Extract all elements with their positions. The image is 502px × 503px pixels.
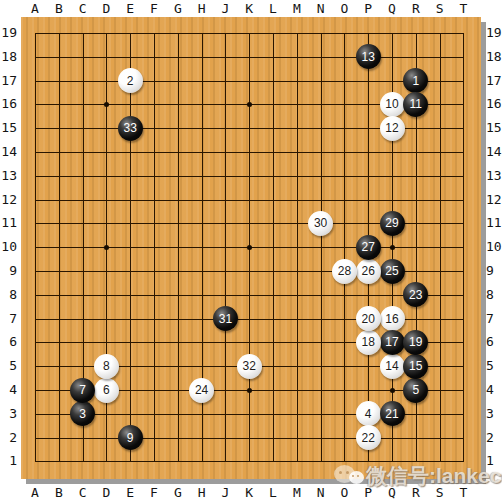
row-label-left-5: 5 <box>0 358 17 374</box>
col-label-F: F <box>142 1 166 17</box>
grid-line-horizontal <box>35 438 464 439</box>
col-label-B: B <box>47 485 71 501</box>
row-label-right-14: 14 <box>486 144 502 160</box>
row-label-right-4: 4 <box>486 382 502 398</box>
col-label-G: G <box>166 485 190 501</box>
col-label-T: T <box>451 1 475 17</box>
col-label-C: C <box>71 1 95 17</box>
stone-black-R5-move-15: 15 <box>403 354 428 379</box>
go-board: 1234567891011121314151617181920212223242… <box>21 17 481 479</box>
row-label-left-9: 9 <box>0 263 17 279</box>
row-label-left-12: 12 <box>0 192 17 208</box>
col-label-E: E <box>118 485 142 501</box>
col-label-A: A <box>23 1 47 17</box>
row-label-left-3: 3 <box>0 406 17 422</box>
star-point-D10 <box>104 245 109 250</box>
stone-white-Q16-move-10: 10 <box>380 92 405 117</box>
stone-white-P3-move-4: 4 <box>356 401 381 426</box>
col-label-K: K <box>237 1 261 17</box>
row-label-left-8: 8 <box>0 287 17 303</box>
col-label-K: K <box>237 485 261 501</box>
grid-line-horizontal <box>35 295 464 296</box>
row-label-left-14: 14 <box>0 144 17 160</box>
row-label-right-15: 15 <box>486 120 502 136</box>
row-label-right-12: 12 <box>486 192 502 208</box>
row-label-left-17: 17 <box>0 73 17 89</box>
col-label-C: C <box>71 485 95 501</box>
row-label-left-11: 11 <box>0 215 17 231</box>
stone-black-P10-move-27: 27 <box>356 235 381 260</box>
row-label-right-10: 10 <box>486 239 502 255</box>
row-label-right-8: 8 <box>486 287 502 303</box>
stone-white-K5-move-32: 32 <box>237 354 262 379</box>
grid-line-vertical <box>321 33 322 462</box>
col-label-R: R <box>404 1 428 17</box>
row-label-right-18: 18 <box>486 49 502 65</box>
stone-black-Q6-move-17: 17 <box>380 330 405 355</box>
row-label-right-1: 1 <box>486 453 502 469</box>
grid-line-vertical <box>463 33 464 462</box>
col-label-A: A <box>23 485 47 501</box>
col-label-H: H <box>190 485 214 501</box>
row-label-right-7: 7 <box>486 311 502 327</box>
row-label-left-6: 6 <box>0 334 17 350</box>
col-label-J: J <box>213 1 237 17</box>
col-label-L: L <box>261 485 285 501</box>
row-label-left-19: 19 <box>0 25 17 41</box>
row-label-left-13: 13 <box>0 168 17 184</box>
go-diagram-page: ABCDEFGHJKLMNOPQRST ABCDEFGHJKLMNOPQRST … <box>0 0 502 503</box>
stone-black-E2-move-9: 9 <box>118 425 143 450</box>
stone-white-Q15-move-12: 12 <box>380 116 405 141</box>
stone-black-R4-move-5: 5 <box>403 378 428 403</box>
stone-white-D5-move-8: 8 <box>94 354 119 379</box>
stone-black-E15-move-33: 33 <box>118 116 143 141</box>
col-label-R: R <box>404 485 428 501</box>
stone-black-R16-move-11: 11 <box>403 92 428 117</box>
row-label-left-10: 10 <box>0 239 17 255</box>
row-label-right-5: 5 <box>486 358 502 374</box>
col-label-L: L <box>261 1 285 17</box>
row-label-right-13: 13 <box>486 168 502 184</box>
stone-white-P2-move-22: 22 <box>356 425 381 450</box>
col-label-N: N <box>309 485 333 501</box>
col-label-B: B <box>47 1 71 17</box>
row-label-right-17: 17 <box>486 73 502 89</box>
row-label-left-4: 4 <box>0 382 17 398</box>
col-label-J: J <box>213 485 237 501</box>
row-label-right-3: 3 <box>486 406 502 422</box>
star-point-K10 <box>247 245 252 250</box>
stone-white-Q5-move-14: 14 <box>380 354 405 379</box>
row-label-left-2: 2 <box>0 430 17 446</box>
col-label-S: S <box>428 1 452 17</box>
stone-black-C3-move-3: 3 <box>70 401 95 426</box>
col-label-D: D <box>94 1 118 17</box>
star-point-K4 <box>247 388 252 393</box>
stone-black-J7-move-31: 31 <box>213 306 238 331</box>
col-label-S: S <box>428 485 452 501</box>
row-label-left-1: 1 <box>0 453 17 469</box>
stone-black-C4-move-7: 7 <box>70 378 95 403</box>
col-label-O: O <box>332 485 356 501</box>
col-label-M: M <box>285 1 309 17</box>
col-label-P: P <box>356 485 380 501</box>
stone-black-R17-move-1: 1 <box>403 68 428 93</box>
row-label-left-15: 15 <box>0 120 17 136</box>
stone-white-H4-move-24: 24 <box>189 378 214 403</box>
stone-black-Q11-move-29: 29 <box>380 211 405 236</box>
star-point-D16 <box>104 102 109 107</box>
col-label-T: T <box>451 485 475 501</box>
stone-black-Q3-move-21: 21 <box>380 401 405 426</box>
col-label-D: D <box>94 485 118 501</box>
col-label-N: N <box>309 1 333 17</box>
stone-white-E17-move-2: 2 <box>118 68 143 93</box>
row-label-right-2: 2 <box>486 430 502 446</box>
star-point-Q4 <box>390 388 395 393</box>
row-label-left-16: 16 <box>0 96 17 112</box>
row-label-right-19: 19 <box>486 25 502 41</box>
grid-line-vertical <box>297 33 298 462</box>
stone-black-Q9-move-25: 25 <box>380 259 405 284</box>
col-label-E: E <box>118 1 142 17</box>
col-label-Q: Q <box>380 485 404 501</box>
grid-line-vertical <box>273 33 274 462</box>
stone-white-P7-move-20: 20 <box>356 306 381 331</box>
col-label-H: H <box>190 1 214 17</box>
grid-line-vertical <box>440 33 441 462</box>
row-label-right-9: 9 <box>486 263 502 279</box>
col-label-Q: Q <box>380 1 404 17</box>
row-label-right-11: 11 <box>486 215 502 231</box>
col-label-F: F <box>142 485 166 501</box>
stone-white-N11-move-30: 30 <box>308 211 333 236</box>
stone-white-P9-move-26: 26 <box>356 259 381 284</box>
row-label-left-18: 18 <box>0 49 17 65</box>
row-label-right-16: 16 <box>486 96 502 112</box>
stone-white-Q7-move-16: 16 <box>380 306 405 331</box>
col-label-M: M <box>285 485 309 501</box>
col-label-O: O <box>332 1 356 17</box>
col-label-P: P <box>356 1 380 17</box>
star-point-K16 <box>247 102 252 107</box>
stone-white-O9-move-28: 28 <box>332 259 357 284</box>
row-label-right-6: 6 <box>486 334 502 350</box>
stone-white-P6-move-18: 18 <box>356 330 381 355</box>
stone-black-P18-move-13: 13 <box>356 44 381 69</box>
row-label-left-7: 7 <box>0 311 17 327</box>
col-label-G: G <box>166 1 190 17</box>
stone-black-R6-move-19: 19 <box>403 330 428 355</box>
stone-black-R8-move-23: 23 <box>403 282 428 307</box>
stone-white-D4-move-6: 6 <box>94 378 119 403</box>
star-point-Q10 <box>390 245 395 250</box>
grid-line-vertical <box>344 33 345 462</box>
grid-line-horizontal <box>35 461 464 462</box>
